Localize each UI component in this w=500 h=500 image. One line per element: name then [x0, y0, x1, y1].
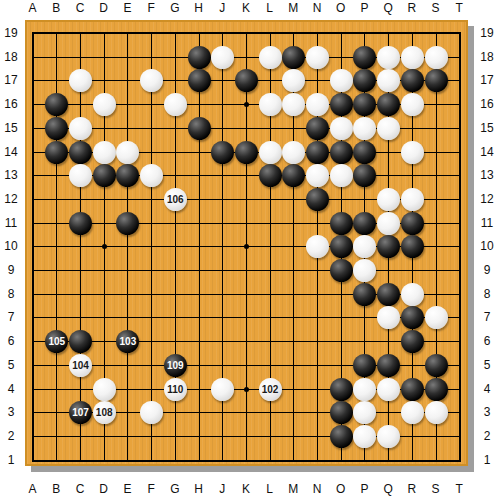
coord-label-top: D: [96, 1, 112, 15]
black-stone[interactable]: [401, 330, 424, 353]
coord-label-top: N: [309, 1, 325, 15]
coord-label-bottom: R: [404, 482, 420, 496]
coord-label-right: 10: [477, 239, 497, 253]
black-stone[interactable]: [235, 141, 258, 164]
black-stone[interactable]: [188, 46, 211, 69]
coord-label-bottom: B: [48, 482, 64, 496]
coord-label-left: 9: [1, 263, 21, 277]
coord-label-right: 15: [477, 121, 497, 135]
white-stone[interactable]: [377, 378, 400, 401]
coord-label-left: 8: [1, 287, 21, 301]
coord-label-right: 1: [477, 453, 497, 467]
go-board[interactable]: 106105103104109110102107108: [25, 20, 468, 466]
white-stone[interactable]: [306, 93, 329, 116]
coord-label-top: E: [119, 1, 135, 15]
coord-label-bottom: T: [451, 482, 467, 496]
white-stone[interactable]: [401, 141, 424, 164]
coord-label-left: 11: [1, 216, 21, 230]
white-stone[interactable]: 108: [93, 401, 116, 424]
black-stone[interactable]: [330, 212, 353, 235]
coord-label-right: 19: [477, 26, 497, 40]
coord-label-left: 13: [1, 168, 21, 182]
black-stone[interactable]: [69, 212, 92, 235]
coord-label-left: 7: [1, 310, 21, 324]
white-stone[interactable]: [69, 117, 92, 140]
coord-label-right: 9: [477, 263, 497, 277]
coord-label-bottom: S: [428, 482, 444, 496]
black-stone[interactable]: [188, 117, 211, 140]
white-stone[interactable]: [377, 46, 400, 69]
black-stone[interactable]: [116, 212, 139, 235]
coord-label-right: 6: [477, 334, 497, 348]
white-stone[interactable]: [377, 188, 400, 211]
coord-label-top: L: [262, 1, 278, 15]
white-stone[interactable]: [425, 401, 448, 424]
coord-label-top: S: [428, 1, 444, 15]
coord-label-bottom: E: [119, 482, 135, 496]
coord-label-left: 16: [1, 97, 21, 111]
coord-label-bottom: K: [238, 482, 254, 496]
coord-label-top: J: [214, 1, 230, 15]
black-stone[interactable]: [353, 46, 376, 69]
move-number-label: 104: [72, 360, 89, 371]
black-stone[interactable]: [377, 283, 400, 306]
white-stone[interactable]: [211, 46, 234, 69]
white-stone[interactable]: [353, 378, 376, 401]
coord-label-bottom: C: [72, 482, 88, 496]
black-stone[interactable]: [188, 69, 211, 92]
white-stone[interactable]: 104: [69, 354, 92, 377]
coord-label-top: H: [191, 1, 207, 15]
coord-label-left: 1: [1, 453, 21, 467]
coord-label-left: 5: [1, 358, 21, 372]
coord-label-right: 11: [477, 216, 497, 230]
coord-label-bottom: M: [285, 482, 301, 496]
move-number-label: 103: [120, 336, 137, 347]
move-number-label: 109: [167, 360, 184, 371]
coord-label-right: 14: [477, 145, 497, 159]
black-stone[interactable]: [330, 235, 353, 258]
coord-label-left: 3: [1, 405, 21, 419]
black-stone[interactable]: [45, 141, 68, 164]
coord-label-bottom: Q: [380, 482, 396, 496]
white-stone[interactable]: [401, 46, 424, 69]
white-stone[interactable]: 102: [259, 378, 282, 401]
coord-label-bottom: H: [191, 482, 207, 496]
coord-label-right: 4: [477, 382, 497, 396]
coord-label-top: G: [167, 1, 183, 15]
coord-label-bottom: L: [262, 482, 278, 496]
move-number-label: 110: [167, 384, 183, 395]
black-stone[interactable]: [330, 93, 353, 116]
black-stone[interactable]: [377, 354, 400, 377]
white-stone[interactable]: [401, 401, 424, 424]
black-stone[interactable]: [330, 378, 353, 401]
white-stone[interactable]: [116, 141, 139, 164]
black-stone[interactable]: [69, 141, 92, 164]
black-stone[interactable]: [69, 330, 92, 353]
black-stone[interactable]: [306, 141, 329, 164]
black-stone[interactable]: [330, 259, 353, 282]
go-diagram: AABBCCDDEEFFGGHHJJKKLLMMNNOOPPQQRRSSTT19…: [0, 0, 500, 500]
white-stone[interactable]: [401, 93, 424, 116]
coord-label-left: 4: [1, 382, 21, 396]
coord-label-right: 17: [477, 73, 497, 87]
white-stone[interactable]: [282, 141, 305, 164]
black-stone[interactable]: [282, 46, 305, 69]
white-stone[interactable]: [425, 46, 448, 69]
black-stone[interactable]: [93, 164, 116, 187]
black-stone[interactable]: [330, 401, 353, 424]
white-stone[interactable]: 110: [164, 378, 187, 401]
coord-label-left: 6: [1, 334, 21, 348]
black-stone[interactable]: [330, 425, 353, 448]
black-stone[interactable]: [330, 141, 353, 164]
move-number-label: 102: [262, 384, 279, 395]
coord-label-left: 18: [1, 50, 21, 64]
white-stone[interactable]: [330, 164, 353, 187]
coord-label-top: B: [48, 1, 64, 15]
coord-label-right: 8: [477, 287, 497, 301]
coord-label-left: 15: [1, 121, 21, 135]
coord-label-right: 18: [477, 50, 497, 64]
coord-label-top: F: [143, 1, 159, 15]
coord-label-right: 3: [477, 405, 497, 419]
coord-label-top: R: [404, 1, 420, 15]
coord-label-left: 2: [1, 429, 21, 443]
coord-label-left: 12: [1, 192, 21, 206]
coord-label-left: 14: [1, 145, 21, 159]
coord-label-bottom: J: [214, 482, 230, 496]
black-stone[interactable]: [259, 164, 282, 187]
coord-label-top: T: [451, 1, 467, 15]
star-point: [244, 387, 249, 392]
coord-label-left: 10: [1, 239, 21, 253]
black-stone[interactable]: [353, 283, 376, 306]
white-stone[interactable]: [401, 188, 424, 211]
white-stone[interactable]: [259, 46, 282, 69]
white-stone[interactable]: [425, 306, 448, 329]
black-stone[interactable]: 109: [164, 354, 187, 377]
coord-label-right: 12: [477, 192, 497, 206]
black-stone[interactable]: [425, 378, 448, 401]
coord-label-top: Q: [380, 1, 396, 15]
move-number-label: 108: [96, 407, 113, 418]
black-stone[interactable]: [401, 235, 424, 258]
move-number-label: 107: [72, 407, 89, 418]
coord-label-right: 13: [477, 168, 497, 182]
coord-label-right: 2: [477, 429, 497, 443]
black-stone[interactable]: [211, 141, 234, 164]
white-stone[interactable]: [93, 93, 116, 116]
white-stone[interactable]: [259, 141, 282, 164]
coord-label-left: 17: [1, 73, 21, 87]
white-stone[interactable]: [377, 425, 400, 448]
move-number-label: 105: [48, 336, 65, 347]
black-stone[interactable]: [353, 212, 376, 235]
white-stone[interactable]: 106: [164, 188, 187, 211]
coord-label-bottom: G: [167, 482, 183, 496]
white-stone[interactable]: [93, 378, 116, 401]
star-point: [244, 102, 249, 107]
coord-label-right: 16: [477, 97, 497, 111]
white-stone[interactable]: [330, 117, 353, 140]
coord-label-top: K: [238, 1, 254, 15]
white-stone[interactable]: [93, 141, 116, 164]
coord-label-right: 7: [477, 310, 497, 324]
black-stone[interactable]: [425, 69, 448, 92]
white-stone[interactable]: [164, 93, 187, 116]
white-stone[interactable]: [211, 378, 234, 401]
coord-label-bottom: N: [309, 482, 325, 496]
white-stone[interactable]: [330, 69, 353, 92]
coord-label-bottom: D: [96, 482, 112, 496]
black-stone[interactable]: [401, 378, 424, 401]
black-stone[interactable]: [306, 117, 329, 140]
coord-label-top: M: [285, 1, 301, 15]
black-stone[interactable]: [401, 212, 424, 235]
coord-label-right: 5: [477, 358, 497, 372]
coord-label-top: O: [333, 1, 349, 15]
move-number-label: 106: [167, 194, 184, 205]
black-stone[interactable]: [353, 141, 376, 164]
coord-label-bottom: F: [143, 482, 159, 496]
white-stone[interactable]: [306, 46, 329, 69]
white-stone[interactable]: [401, 283, 424, 306]
coord-label-bottom: O: [333, 482, 349, 496]
coord-label-top: A: [25, 1, 41, 15]
coord-label-bottom: A: [25, 482, 41, 496]
black-stone[interactable]: [425, 354, 448, 377]
coord-label-bottom: P: [356, 482, 372, 496]
black-stone[interactable]: [45, 117, 68, 140]
coord-label-left: 19: [1, 26, 21, 40]
white-stone[interactable]: [377, 212, 400, 235]
black-stone[interactable]: [306, 188, 329, 211]
white-stone[interactable]: [259, 93, 282, 116]
white-stone[interactable]: [377, 117, 400, 140]
coord-label-top: P: [356, 1, 372, 15]
coord-label-top: C: [72, 1, 88, 15]
